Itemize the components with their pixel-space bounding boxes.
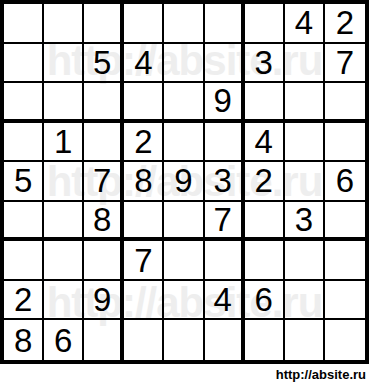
cell-r3c6[interactable]: 9 (205, 83, 245, 123)
cell-r8c3[interactable]: 9 (84, 281, 124, 321)
cell-r5c7[interactable]: 2 (245, 162, 285, 202)
cell-r2c8[interactable] (285, 44, 325, 84)
cell-r4c7[interactable]: 4 (245, 123, 285, 163)
cell-r8c4[interactable] (124, 281, 164, 321)
cell-r3c9[interactable] (325, 83, 365, 123)
cell-r1c4[interactable] (124, 4, 164, 44)
cell-r3c5[interactable] (164, 83, 204, 123)
cell-r6c6[interactable]: 7 (205, 202, 245, 242)
cell-r5c5[interactable]: 9 (164, 162, 204, 202)
cell-r8c1[interactable]: 2 (4, 281, 44, 321)
sudoku-board: http://absite.ru http://absite.ru http:/… (0, 0, 369, 364)
cell-r5c6[interactable]: 3 (205, 162, 245, 202)
cell-r8c2[interactable] (44, 281, 84, 321)
cell-r7c4[interactable]: 7 (124, 241, 164, 281)
cell-r5c3[interactable]: 7 (84, 162, 124, 202)
cell-r7c9[interactable] (325, 241, 365, 281)
cell-r3c8[interactable] (285, 83, 325, 123)
cell-r3c3[interactable] (84, 83, 124, 123)
cell-r7c2[interactable] (44, 241, 84, 281)
cell-r1c3[interactable] (84, 4, 124, 44)
cell-r1c8[interactable]: 4 (285, 4, 325, 44)
cell-r4c2[interactable]: 1 (44, 123, 84, 163)
cell-r3c7[interactable] (245, 83, 285, 123)
cell-r4c4[interactable]: 2 (124, 123, 164, 163)
cell-r7c3[interactable] (84, 241, 124, 281)
cell-r2c3[interactable]: 5 (84, 44, 124, 84)
cell-r5c9[interactable]: 6 (325, 162, 365, 202)
cell-r4c9[interactable] (325, 123, 365, 163)
cell-r9c9[interactable] (325, 320, 365, 360)
cell-r2c2[interactable] (44, 44, 84, 84)
site-url-label: http://absite.ru (276, 368, 366, 382)
cell-r4c5[interactable] (164, 123, 204, 163)
cell-r9c5[interactable] (164, 320, 204, 360)
cell-r4c3[interactable] (84, 123, 124, 163)
cell-r5c8[interactable] (285, 162, 325, 202)
cell-r3c2[interactable] (44, 83, 84, 123)
cell-r9c4[interactable] (124, 320, 164, 360)
cell-r6c3[interactable]: 8 (84, 202, 124, 242)
cell-r5c2[interactable] (44, 162, 84, 202)
cell-r8c5[interactable] (164, 281, 204, 321)
cell-r5c4[interactable]: 8 (124, 162, 164, 202)
cell-r2c9[interactable]: 7 (325, 44, 365, 84)
cell-r1c1[interactable] (4, 4, 44, 44)
cell-r9c8[interactable] (285, 320, 325, 360)
cell-r7c1[interactable] (4, 241, 44, 281)
sudoku-grid: 425437912457893268737294686 (0, 0, 369, 364)
cell-r8c6[interactable]: 4 (205, 281, 245, 321)
cell-r9c7[interactable] (245, 320, 285, 360)
cell-r9c6[interactable] (205, 320, 245, 360)
cell-r7c8[interactable] (285, 241, 325, 281)
cell-r7c5[interactable] (164, 241, 204, 281)
cell-r6c7[interactable] (245, 202, 285, 242)
cell-r5c1[interactable]: 5 (4, 162, 44, 202)
sudoku-page: http://absite.ru http://absite.ru http:/… (0, 0, 369, 384)
cell-r2c6[interactable] (205, 44, 245, 84)
cell-r6c2[interactable] (44, 202, 84, 242)
cell-r9c3[interactable] (84, 320, 124, 360)
cell-r2c7[interactable]: 3 (245, 44, 285, 84)
cell-r6c1[interactable] (4, 202, 44, 242)
cell-r6c5[interactable] (164, 202, 204, 242)
cell-r1c6[interactable] (205, 4, 245, 44)
cell-r1c5[interactable] (164, 4, 204, 44)
cell-r6c8[interactable]: 3 (285, 202, 325, 242)
cell-r4c1[interactable] (4, 123, 44, 163)
cell-r2c5[interactable] (164, 44, 204, 84)
cell-r9c1[interactable]: 8 (4, 320, 44, 360)
cell-r4c8[interactable] (285, 123, 325, 163)
cell-r4c6[interactable] (205, 123, 245, 163)
cell-r8c7[interactable]: 6 (245, 281, 285, 321)
cell-r3c1[interactable] (4, 83, 44, 123)
cell-r7c7[interactable] (245, 241, 285, 281)
cell-r8c9[interactable] (325, 281, 365, 321)
cell-r1c7[interactable] (245, 4, 285, 44)
cell-r1c2[interactable] (44, 4, 84, 44)
cell-r2c1[interactable] (4, 44, 44, 84)
cell-r9c2[interactable]: 6 (44, 320, 84, 360)
cell-r6c9[interactable] (325, 202, 365, 242)
cell-r6c4[interactable] (124, 202, 164, 242)
cell-r3c4[interactable] (124, 83, 164, 123)
cell-r1c9[interactable]: 2 (325, 4, 365, 44)
cell-r7c6[interactable] (205, 241, 245, 281)
cell-r8c8[interactable] (285, 281, 325, 321)
cell-r2c4[interactable]: 4 (124, 44, 164, 84)
